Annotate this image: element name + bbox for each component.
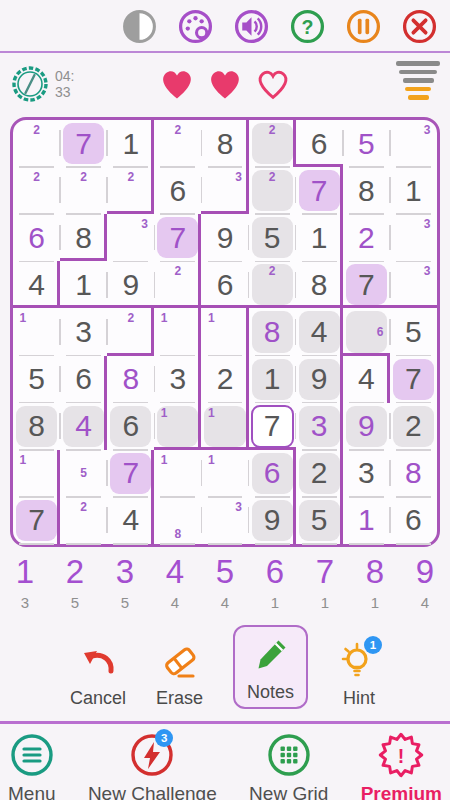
hint-badge: 1	[364, 636, 382, 654]
cell-r2c5[interactable]: 3	[201, 167, 248, 214]
numpad-6[interactable]: 61	[250, 554, 300, 611]
user-digit: 7	[296, 167, 343, 214]
cell-r7c6[interactable]: 7	[249, 403, 296, 450]
given-digit: 6	[60, 356, 107, 403]
cell-r9c8[interactable]: 1	[343, 497, 390, 544]
user-digit: 3	[296, 403, 343, 450]
pencil-notes: 2	[16, 170, 57, 211]
grid-icon	[266, 732, 312, 778]
cell-r4c7[interactable]: 8	[296, 261, 343, 308]
numpad-7[interactable]: 71	[300, 554, 350, 611]
numpad-remaining-count: 1	[271, 594, 279, 611]
pencil-notes: 3	[110, 217, 151, 258]
palette-icon[interactable]	[177, 8, 214, 45]
cell-r4c5[interactable]: 6	[201, 261, 248, 308]
numpad-remaining-count: 3	[21, 594, 29, 611]
cell-r1c6[interactable]: 2	[249, 120, 296, 167]
sound-icon[interactable]	[233, 8, 270, 45]
given-digit: 1	[60, 261, 107, 308]
pencil-notes: 3	[393, 264, 434, 305]
cell-r3c7[interactable]: 1	[296, 214, 343, 261]
cell-r1c8[interactable]: 5	[343, 120, 390, 167]
top-toolbar: ?	[0, 0, 450, 51]
numpad-8[interactable]: 81	[350, 554, 400, 611]
given-digit: 7	[343, 261, 390, 308]
cell-r4c3[interactable]: 9	[107, 261, 154, 308]
cell-r8c4[interactable]: 1	[154, 450, 201, 497]
cell-r7c1[interactable]: 8	[13, 403, 60, 450]
given-digit: 5	[390, 308, 437, 355]
user-digit: 1	[343, 497, 390, 544]
cell-r4c6[interactable]: 2	[249, 261, 296, 308]
pencil-notes: 2	[110, 311, 151, 352]
cell-r6c7[interactable]: 9	[296, 356, 343, 403]
cell-r1c5[interactable]: 8	[201, 120, 248, 167]
cell-r2c1[interactable]: 2	[13, 167, 60, 214]
pencil-notes: 2	[157, 123, 198, 164]
user-digit: 4	[60, 403, 107, 450]
given-digit: 5	[249, 214, 296, 261]
new-challenge-button[interactable]: 3 New Challenge	[88, 732, 217, 800]
numpad-remaining-count: 4	[421, 594, 429, 611]
given-digit: 6	[390, 497, 437, 544]
cell-r6c3[interactable]: 8	[107, 356, 154, 403]
cell-r3c2[interactable]: 8	[60, 214, 107, 261]
eraser-icon	[159, 640, 201, 682]
given-digit: 9	[201, 214, 248, 261]
cell-r5c8[interactable]: 6	[343, 308, 390, 355]
cell-r4c4[interactable]: 2	[154, 261, 201, 308]
cell-r5c6[interactable]: 8	[249, 308, 296, 355]
given-digit: 9	[296, 356, 343, 403]
user-digit: 7	[154, 214, 201, 261]
pencil-notes: 3	[393, 123, 434, 164]
notes-button[interactable]: Notes	[233, 625, 308, 709]
cell-r2c3[interactable]: 2	[107, 167, 154, 214]
numpad-5[interactable]: 54	[200, 554, 250, 611]
erase-button[interactable]: Erase	[156, 640, 203, 709]
pencil-notes: 1	[157, 311, 198, 352]
given-digit: 9	[249, 497, 296, 544]
pencil-notes: 2	[63, 170, 104, 211]
hint-button[interactable]: 1 Hint	[338, 640, 380, 709]
erase-label: Erase	[156, 688, 203, 709]
given-digit: 2	[296, 450, 343, 497]
pencil-notes: 3	[393, 217, 434, 258]
cell-r1c4[interactable]: 2	[154, 120, 201, 167]
pencil-notes: 1	[16, 311, 57, 352]
cancel-label: Cancel	[70, 688, 126, 709]
cell-r9c7[interactable]: 5	[296, 497, 343, 544]
close-icon[interactable]	[401, 8, 438, 45]
pencil-notes: 2	[252, 264, 293, 305]
numpad-4[interactable]: 44	[150, 554, 200, 611]
timer-value: 04: 33	[55, 68, 74, 100]
cell-r4c1[interactable]: 4	[13, 261, 60, 308]
menu-button[interactable]: Menu	[8, 732, 56, 800]
cell-r8c7[interactable]: 2	[296, 450, 343, 497]
cell-r7c8[interactable]: 9	[343, 403, 390, 450]
cell-r7c5[interactable]: 1	[201, 403, 248, 450]
cell-r6c8[interactable]: 4	[343, 356, 390, 403]
given-digit: 6	[154, 167, 201, 214]
cell-r3c5[interactable]: 9	[201, 214, 248, 261]
cell-r8c3[interactable]: 7	[107, 450, 154, 497]
new-challenge-label: New Challenge	[88, 783, 217, 800]
cell-r5c2[interactable]: 3	[60, 308, 107, 355]
hint-label: Hint	[343, 688, 375, 709]
cell-r2c6[interactable]: 2	[249, 167, 296, 214]
premium-button[interactable]: ! Premium	[361, 732, 442, 800]
cell-r2c7[interactable]: 7	[296, 167, 343, 214]
given-digit: 5	[13, 356, 60, 403]
given-digit: 1	[107, 120, 154, 167]
given-digit: 4	[296, 308, 343, 355]
given-digit: 2	[201, 356, 248, 403]
user-digit: 6	[249, 450, 296, 497]
cell-r5c4[interactable]: 1	[154, 308, 201, 355]
pencil-notes: 3	[204, 500, 245, 541]
cell-r6c6[interactable]: 1	[249, 356, 296, 403]
cell-r1c2[interactable]: 7	[60, 120, 107, 167]
pencil-icon	[250, 634, 292, 676]
cell-r1c3[interactable]: 1	[107, 120, 154, 167]
menu-label: Menu	[8, 783, 56, 800]
svg-text:?: ?	[302, 16, 314, 38]
cell-r5c9[interactable]: 5	[390, 308, 437, 355]
pencil-notes: 1	[204, 311, 245, 352]
help-icon[interactable]: ?	[289, 8, 326, 45]
difficulty-filter-icon[interactable]	[396, 61, 440, 100]
cell-r7c4[interactable]: 1	[154, 403, 201, 450]
cell-r1c7[interactable]: 6	[296, 120, 343, 167]
pencil-notes: 1	[16, 453, 57, 494]
cell-r7c2[interactable]: 4	[60, 403, 107, 450]
numpad-digit: 6	[266, 554, 284, 590]
cell-r5c1[interactable]: 1	[13, 308, 60, 355]
pencil-notes: 6	[346, 311, 387, 352]
pencil-notes: 2	[16, 123, 57, 164]
cell-r4c2[interactable]: 1	[60, 261, 107, 308]
numpad-digit: 5	[216, 554, 234, 590]
cell-r9c4[interactable]: 8	[154, 497, 201, 544]
cell-r6c5[interactable]: 2	[201, 356, 248, 403]
cell-r5c5[interactable]: 1	[201, 308, 248, 355]
pencil-notes: 2	[63, 500, 104, 541]
cell-r1c9[interactable]: 3	[390, 120, 437, 167]
user-digit: 5	[343, 120, 390, 167]
given-digit: 4	[13, 261, 60, 308]
pencil-notes: 1	[157, 406, 198, 447]
pencil-notes: 5	[63, 453, 104, 494]
menu-icon	[9, 732, 55, 778]
numpad-3[interactable]: 35	[100, 554, 150, 611]
cell-r3c9[interactable]: 3	[390, 214, 437, 261]
given-digit: 3	[60, 308, 107, 355]
given-digit: 7	[249, 403, 296, 450]
given-digit: 7	[13, 497, 60, 544]
user-digit: 7	[107, 450, 154, 497]
cell-r3c1[interactable]: 6	[13, 214, 60, 261]
numpad-digit: 4	[166, 554, 184, 590]
pencil-notes: 3	[204, 170, 245, 211]
pencil-notes: 1	[157, 453, 198, 494]
pencil-notes: 1	[204, 406, 245, 447]
undo-icon	[77, 640, 119, 682]
numpad-digit: 7	[316, 554, 334, 590]
numpad-digit: 9	[416, 554, 434, 590]
cell-r6c2[interactable]: 6	[60, 356, 107, 403]
cell-r2c8[interactable]: 8	[343, 167, 390, 214]
user-digit: 6	[13, 214, 60, 261]
cell-r9c1[interactable]: 7	[13, 497, 60, 544]
given-digit: 8	[343, 167, 390, 214]
cell-r8c8[interactable]: 3	[343, 450, 390, 497]
numpad-digit: 3	[116, 554, 134, 590]
premium-label: Premium	[361, 783, 442, 800]
numpad-digit: 1	[16, 554, 34, 590]
cell-r6c9[interactable]: 7	[390, 356, 437, 403]
numpad-remaining-count: 1	[321, 594, 329, 611]
cell-r2c9[interactable]: 1	[390, 167, 437, 214]
heart-filled-icon	[157, 65, 198, 103]
given-digit: 3	[343, 450, 390, 497]
user-digit: 8	[249, 308, 296, 355]
cell-r1c1[interactable]: 2	[13, 120, 60, 167]
heart-filled-icon	[205, 65, 246, 103]
cell-r3c8[interactable]: 2	[343, 214, 390, 261]
pencil-notes: 2	[110, 170, 151, 211]
cell-r9c9[interactable]: 6	[390, 497, 437, 544]
given-digit: 1	[390, 167, 437, 214]
cell-r3c4[interactable]: 7	[154, 214, 201, 261]
given-digit: 1	[296, 214, 343, 261]
numpad-9[interactable]: 94	[400, 554, 450, 611]
given-digit: 2	[390, 403, 437, 450]
given-digit: 8	[296, 261, 343, 308]
given-digit: 8	[60, 214, 107, 261]
pencil-notes: 1	[204, 453, 245, 494]
challenge-badge: 3	[155, 729, 173, 747]
new-grid-label: New Grid	[249, 783, 328, 800]
pencil-notes: 2	[252, 123, 293, 164]
cancel-button[interactable]: Cancel	[70, 640, 126, 709]
given-digit: 4	[107, 497, 154, 544]
cell-r6c1[interactable]: 5	[13, 356, 60, 403]
cell-r8c9[interactable]: 8	[390, 450, 437, 497]
cell-r4c9[interactable]: 3	[390, 261, 437, 308]
pause-icon[interactable]	[345, 8, 382, 45]
cell-r5c3[interactable]: 2	[107, 308, 154, 355]
given-digit: 5	[296, 497, 343, 544]
user-digit: 7	[60, 120, 107, 167]
given-digit: 1	[249, 356, 296, 403]
contrast-icon[interactable]	[121, 8, 158, 45]
bottom-nav: Menu 3 New Challenge New Grid ! Premium	[0, 724, 450, 800]
cell-r9c3[interactable]: 4	[107, 497, 154, 544]
action-row: Cancel Erase Notes 1 Hint	[0, 627, 450, 709]
cell-r5c7[interactable]: 4	[296, 308, 343, 355]
notes-label: Notes	[247, 682, 294, 703]
cell-r9c2[interactable]: 2	[60, 497, 107, 544]
given-digit: 4	[343, 356, 390, 403]
pencil-notes: 2	[157, 264, 198, 305]
numpad-remaining-count: 4	[221, 594, 229, 611]
cell-r6c4[interactable]: 3	[154, 356, 201, 403]
cell-r7c7[interactable]: 3	[296, 403, 343, 450]
numpad-remaining-count: 5	[71, 594, 79, 611]
numpad-1[interactable]: 13	[0, 554, 50, 611]
given-digit: 9	[107, 261, 154, 308]
user-digit: 8	[107, 356, 154, 403]
cell-r8c1[interactable]: 1	[13, 450, 60, 497]
cell-r2c2[interactable]: 2	[60, 167, 107, 214]
cell-r7c3[interactable]: 6	[107, 403, 154, 450]
cell-r9c5[interactable]: 3	[201, 497, 248, 544]
cell-r8c5[interactable]: 1	[201, 450, 248, 497]
pencil-notes: 8	[157, 500, 198, 541]
given-digit: 3	[154, 356, 201, 403]
premium-badge-icon: !	[378, 732, 424, 778]
given-digit: 6	[201, 261, 248, 308]
cell-r9c6[interactable]: 9	[249, 497, 296, 544]
given-digit: 8	[201, 120, 248, 167]
cell-r2c4[interactable]: 6	[154, 167, 201, 214]
numpad-remaining-count: 1	[371, 594, 379, 611]
lives-hearts	[157, 65, 294, 103]
number-pad: 132535445461718194	[0, 554, 450, 611]
cell-r4c8[interactable]: 7	[343, 261, 390, 308]
cell-r3c6[interactable]: 5	[249, 214, 296, 261]
board: 2712826532226327816837951234192628731321…	[10, 117, 440, 547]
svg-text:!: !	[398, 745, 405, 767]
numpad-remaining-count: 4	[171, 594, 179, 611]
given-digit: 8	[13, 403, 60, 450]
cell-r8c2[interactable]: 5	[60, 450, 107, 497]
cell-r7c9[interactable]: 2	[390, 403, 437, 450]
user-digit: 9	[343, 403, 390, 450]
user-digit: 2	[343, 214, 390, 261]
numpad-remaining-count: 5	[121, 594, 129, 611]
status-row: 04: 33	[0, 53, 450, 115]
user-digit: 8	[390, 450, 437, 497]
heart-outline-icon	[253, 65, 294, 103]
cell-r8c6[interactable]: 6	[249, 450, 296, 497]
numpad-2[interactable]: 25	[50, 554, 100, 611]
pencil-notes: 2	[252, 170, 293, 211]
timer-icon[interactable]	[10, 64, 50, 104]
cell-r3c3[interactable]: 3	[107, 214, 154, 261]
given-digit: 7	[390, 356, 437, 403]
given-digit: 6	[296, 120, 343, 167]
numpad-digit: 2	[66, 554, 84, 590]
new-grid-button[interactable]: New Grid	[249, 732, 328, 800]
numpad-digit: 8	[366, 554, 384, 590]
given-digit: 6	[107, 403, 154, 450]
